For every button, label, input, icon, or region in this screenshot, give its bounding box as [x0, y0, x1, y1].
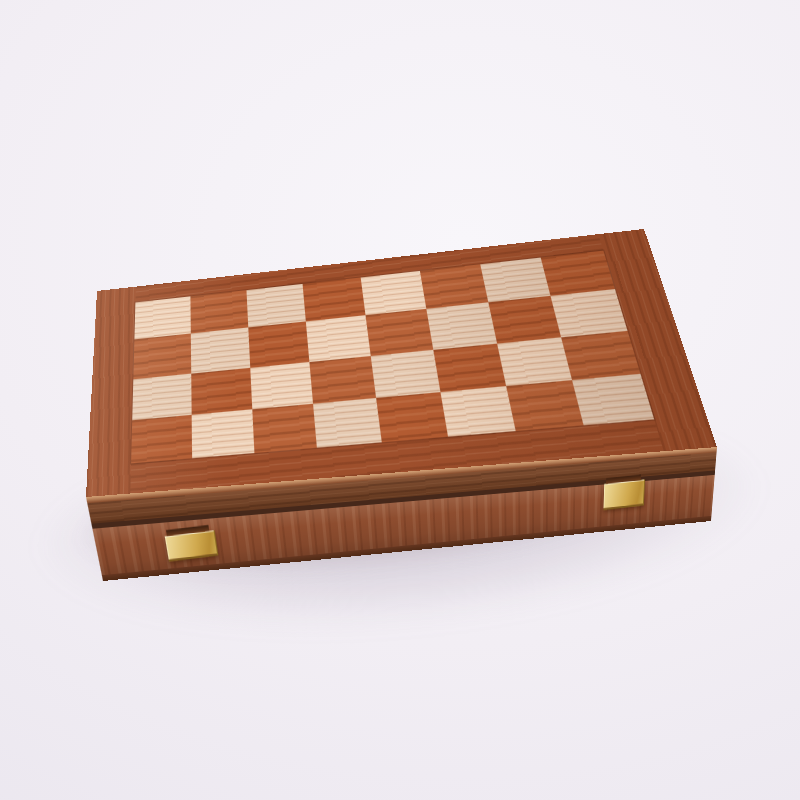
board-square: [361, 271, 426, 315]
board-square: [190, 290, 248, 334]
board-square: [134, 296, 190, 339]
board-square: [366, 309, 433, 355]
board-frame-left: [86, 287, 136, 497]
board-square: [541, 251, 615, 296]
board-square: [506, 380, 584, 431]
board-square: [310, 355, 376, 403]
board-square: [133, 334, 191, 379]
board-square: [191, 409, 253, 458]
board-square: [480, 258, 551, 303]
board-square: [191, 367, 252, 414]
board-square: [496, 337, 572, 386]
board-square: [246, 284, 306, 328]
board-square: [132, 373, 191, 420]
board-square: [252, 403, 317, 453]
board-square: [376, 392, 448, 442]
board-square: [426, 303, 496, 350]
board-square: [313, 398, 381, 448]
board-square: [433, 343, 506, 392]
brass-latch-right: [603, 479, 645, 510]
board-square: [303, 277, 366, 321]
board-square: [250, 361, 314, 409]
board-square: [551, 289, 628, 336]
board-square: [191, 328, 250, 373]
board-square: [572, 374, 654, 426]
product-photo-scene: [0, 0, 800, 800]
board-square: [488, 296, 561, 343]
board-square: [561, 330, 640, 379]
board-square: [440, 386, 515, 437]
board-square: [131, 415, 192, 464]
board-square: [420, 264, 488, 309]
board-square: [248, 322, 310, 368]
board-square: [306, 315, 371, 361]
board-square: [371, 349, 440, 397]
